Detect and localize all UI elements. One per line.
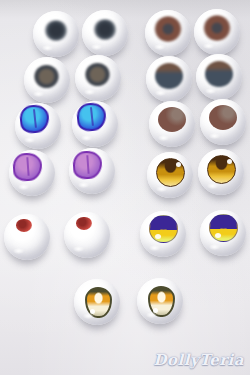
doll-eye-yellow-purple — [200, 210, 246, 256]
doll-eye-red-dot — [64, 212, 110, 258]
doll-eye-gray-blur — [33, 11, 79, 57]
doll-eye-brown-pupil — [194, 9, 240, 55]
purple-butterfly-iris — [12, 152, 43, 182]
watermark-dollyteria: DollyTeria — [154, 351, 244, 369]
blue-butterfly-iris — [76, 102, 108, 133]
gray-ring-iris — [85, 63, 110, 86]
solid-brown-iris — [158, 107, 186, 132]
doll-eye-brown-pupil — [145, 10, 191, 56]
gray-blur-iris — [93, 19, 117, 40]
blue-butterfly-iris — [19, 104, 51, 135]
brown-pupil-iris — [154, 16, 182, 42]
yellow-purple-iris — [149, 215, 178, 243]
doll-eye-amber-anime — [198, 149, 244, 195]
olive-teardrop-iris — [85, 287, 112, 318]
red-dot-iris — [16, 219, 32, 232]
doll-eye-gray-blur — [82, 10, 128, 56]
gray-ring-iris — [34, 65, 59, 88]
yellow-purple-iris — [209, 214, 238, 242]
doll-eye-olive-teardrop — [137, 278, 183, 324]
doll-eye-red-dot — [4, 214, 50, 260]
purple-butterfly-iris — [72, 150, 103, 180]
doll-eye-slate-brown — [146, 56, 192, 102]
doll-eye-slate-brown — [196, 54, 242, 100]
doll-eye-solid-brown — [149, 101, 195, 147]
doll-eye-purple-butterfly — [9, 150, 55, 196]
amber-anime-iris — [156, 158, 185, 187]
red-dot-iris — [76, 217, 92, 230]
doll-eye-solid-brown — [200, 99, 246, 145]
doll-eye-amber-anime — [147, 152, 193, 198]
doll-eye-yellow-purple — [140, 211, 186, 257]
doll-eye-gray-ring — [75, 55, 121, 101]
solid-brown-iris — [209, 105, 237, 130]
eyes-layer — [0, 0, 250, 375]
doll-eye-purple-butterfly — [69, 148, 115, 194]
brown-pupil-iris — [203, 15, 231, 41]
doll-eye-blue-butterfly — [15, 103, 61, 149]
gray-blur-iris — [44, 20, 68, 41]
doll-eyes-photo: DollyTeria — [0, 0, 250, 375]
slate-brown-iris — [155, 63, 183, 89]
olive-teardrop-iris — [148, 286, 175, 317]
doll-eye-gray-ring — [24, 57, 70, 103]
doll-eye-olive-teardrop — [74, 279, 120, 325]
slate-brown-iris — [205, 61, 233, 87]
doll-eye-blue-butterfly — [72, 101, 118, 147]
amber-anime-iris — [207, 155, 236, 184]
